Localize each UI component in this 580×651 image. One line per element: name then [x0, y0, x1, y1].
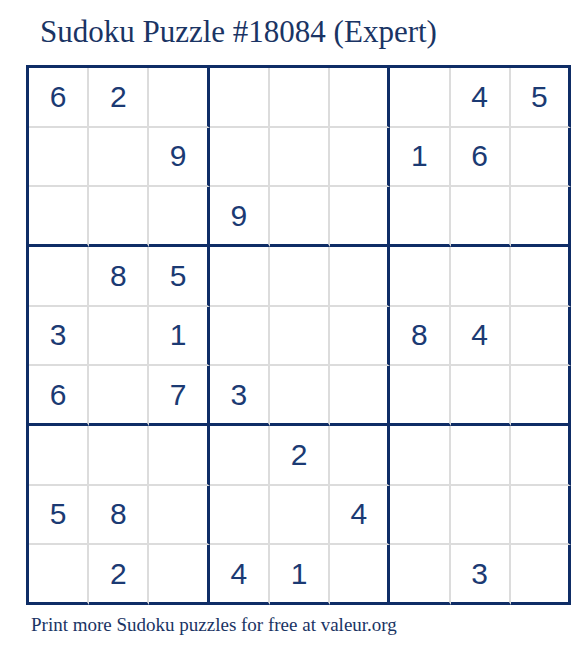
sudoku-cell-r2c9	[511, 128, 571, 188]
sudoku-cell-r4c6	[330, 247, 390, 307]
sudoku-cell-r1c9: 5	[511, 68, 571, 128]
puzzle-title: Sudoku Puzzle #18084 (Expert)	[40, 14, 437, 50]
sudoku-cell-r4c1	[29, 247, 89, 307]
sudoku-cell-r9c8: 3	[451, 545, 511, 605]
sudoku-cell-r2c4	[210, 128, 270, 188]
sudoku-cell-r1c6	[330, 68, 390, 128]
sudoku-cell-r1c2: 2	[89, 68, 149, 128]
sudoku-cell-r2c1	[29, 128, 89, 188]
sudoku-page: Sudoku Puzzle #18084 (Expert) 6245916985…	[0, 0, 580, 651]
sudoku-cell-r1c5	[270, 68, 330, 128]
sudoku-cell-r8c5	[270, 486, 330, 546]
sudoku-cell-r4c8	[451, 247, 511, 307]
sudoku-cell-r7c1	[29, 426, 89, 486]
sudoku-cell-r2c8: 6	[451, 128, 511, 188]
sudoku-cell-r9c6	[330, 545, 390, 605]
sudoku-cell-r2c7: 1	[390, 128, 450, 188]
sudoku-cell-r6c6	[330, 366, 390, 426]
sudoku-cell-r9c5: 1	[270, 545, 330, 605]
sudoku-cell-r1c8: 4	[451, 68, 511, 128]
sudoku-cell-r4c3: 5	[149, 247, 209, 307]
sudoku-cell-r3c4: 9	[210, 187, 270, 247]
sudoku-cell-r6c2	[89, 366, 149, 426]
sudoku-cell-r7c6	[330, 426, 390, 486]
sudoku-cell-r8c1: 5	[29, 486, 89, 546]
sudoku-cell-r4c7	[390, 247, 450, 307]
sudoku-cell-r3c8	[451, 187, 511, 247]
sudoku-cell-r5c3: 1	[149, 307, 209, 367]
sudoku-cell-r7c4	[210, 426, 270, 486]
sudoku-cell-r9c9	[511, 545, 571, 605]
sudoku-cell-r3c6	[330, 187, 390, 247]
sudoku-cell-r1c4	[210, 68, 270, 128]
sudoku-cell-r6c3: 7	[149, 366, 209, 426]
sudoku-cell-r4c9	[511, 247, 571, 307]
sudoku-cell-r9c3	[149, 545, 209, 605]
sudoku-cell-r2c2	[89, 128, 149, 188]
sudoku-cell-r2c6	[330, 128, 390, 188]
sudoku-board: 6245916985318467325842413	[26, 65, 571, 605]
sudoku-cell-r3c9	[511, 187, 571, 247]
sudoku-cell-r2c5	[270, 128, 330, 188]
sudoku-cell-r9c1	[29, 545, 89, 605]
sudoku-cell-r9c2: 2	[89, 545, 149, 605]
sudoku-cell-r7c7	[390, 426, 450, 486]
sudoku-cell-r3c3	[149, 187, 209, 247]
sudoku-cell-r7c3	[149, 426, 209, 486]
sudoku-cell-r6c1: 6	[29, 366, 89, 426]
sudoku-cell-r3c5	[270, 187, 330, 247]
sudoku-cell-r5c5	[270, 307, 330, 367]
sudoku-cell-r8c6: 4	[330, 486, 390, 546]
sudoku-cell-r5c6	[330, 307, 390, 367]
sudoku-cell-r5c9	[511, 307, 571, 367]
sudoku-cell-r3c7	[390, 187, 450, 247]
sudoku-cell-r7c5: 2	[270, 426, 330, 486]
sudoku-cell-r4c4	[210, 247, 270, 307]
footer-text: Print more Sudoku puzzles for free at va…	[31, 614, 397, 636]
sudoku-cell-r6c5	[270, 366, 330, 426]
sudoku-cell-r8c3	[149, 486, 209, 546]
sudoku-cell-r8c8	[451, 486, 511, 546]
sudoku-cell-r7c8	[451, 426, 511, 486]
sudoku-cell-r7c9	[511, 426, 571, 486]
sudoku-cell-r8c7	[390, 486, 450, 546]
sudoku-cell-r1c3	[149, 68, 209, 128]
sudoku-cell-r1c1: 6	[29, 68, 89, 128]
sudoku-cell-r5c7: 8	[390, 307, 450, 367]
sudoku-cell-r3c1	[29, 187, 89, 247]
sudoku-cell-r9c4: 4	[210, 545, 270, 605]
sudoku-cell-r3c2	[89, 187, 149, 247]
sudoku-cell-r8c2: 8	[89, 486, 149, 546]
sudoku-cell-r5c8: 4	[451, 307, 511, 367]
sudoku-cell-r6c7	[390, 366, 450, 426]
sudoku-cell-r8c4	[210, 486, 270, 546]
sudoku-cell-r7c2	[89, 426, 149, 486]
sudoku-cell-r5c1: 3	[29, 307, 89, 367]
sudoku-cell-r2c3: 9	[149, 128, 209, 188]
sudoku-cell-r4c5	[270, 247, 330, 307]
sudoku-cell-r9c7	[390, 545, 450, 605]
sudoku-cell-r5c4	[210, 307, 270, 367]
sudoku-cell-r8c9	[511, 486, 571, 546]
sudoku-cell-r6c9	[511, 366, 571, 426]
sudoku-cell-r1c7	[390, 68, 450, 128]
sudoku-cell-r4c2: 8	[89, 247, 149, 307]
sudoku-cell-r5c2	[89, 307, 149, 367]
sudoku-cell-r6c8	[451, 366, 511, 426]
sudoku-cell-r6c4: 3	[210, 366, 270, 426]
